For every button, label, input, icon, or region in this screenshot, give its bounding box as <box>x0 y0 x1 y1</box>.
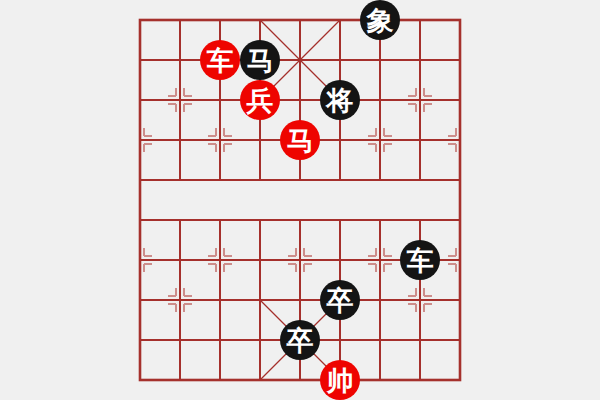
piece-red-general[interactable]: 帅 <box>320 360 360 400</box>
piece-black-elephant[interactable]: 象 <box>360 0 400 40</box>
piece-black-soldier-2[interactable]: 卒 <box>280 320 320 360</box>
piece-black-chariot[interactable]: 车 <box>400 240 440 280</box>
piece-red-horse[interactable]: 马 <box>280 120 320 160</box>
piece-black-soldier-1[interactable]: 卒 <box>320 280 360 320</box>
piece-black-general[interactable]: 将 <box>320 80 360 120</box>
piece-black-horse[interactable]: 马 <box>240 40 280 80</box>
piece-red-soldier[interactable]: 兵 <box>240 80 280 120</box>
xiangqi-board[interactable]: 象车马兵将马车卒卒帅 <box>0 0 600 400</box>
piece-red-chariot[interactable]: 车 <box>200 40 240 80</box>
pieces-layer: 象车马兵将马车卒卒帅 <box>0 0 600 400</box>
